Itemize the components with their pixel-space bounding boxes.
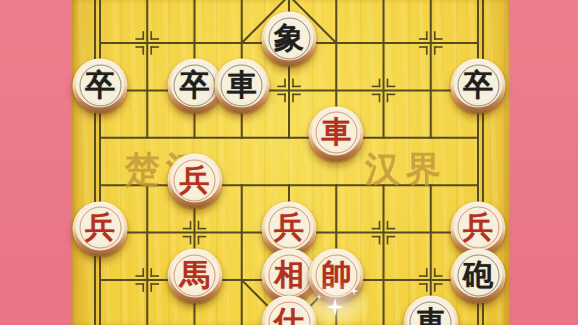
piece-black-soldier-1[interactable]: 卒: [73, 59, 128, 114]
piece-black-soldier-3[interactable]: 卒: [451, 59, 506, 114]
piece-glyph: 砲: [451, 251, 506, 298]
piece-black-elephant[interactable]: 象: [262, 12, 317, 67]
piece-red-general[interactable]: 帥: [309, 249, 364, 304]
piece-glyph: 馬: [167, 251, 222, 298]
piece-glyph: 車: [309, 108, 364, 155]
piece-glyph: 帥: [309, 251, 364, 298]
xiangqi-game-screenshot: 楚河 汉界 象卒卒車卒車兵兵兵兵馬相帥砲仕車: [0, 0, 578, 325]
xiangqi-board[interactable]: 楚河 汉界 象卒卒車卒車兵兵兵兵馬相帥砲仕車: [72, 0, 510, 325]
piece-glyph: 卒: [73, 61, 128, 108]
piece-glyph: 兵: [451, 203, 506, 250]
piece-black-cannon[interactable]: 砲: [451, 249, 506, 304]
piece-glyph: 象: [262, 14, 317, 61]
piece-glyph: 兵: [167, 156, 222, 203]
piece-black-chariot-2[interactable]: 車: [403, 296, 458, 325]
piece-red-horse[interactable]: 馬: [167, 249, 222, 304]
piece-red-soldier-2[interactable]: 兵: [73, 201, 128, 256]
piece-glyph: 車: [403, 298, 458, 325]
piece-red-advisor[interactable]: 仕: [262, 296, 317, 325]
pieces-layer: 象卒卒車卒車兵兵兵兵馬相帥砲仕車: [72, 0, 510, 325]
piece-black-chariot-1[interactable]: 車: [214, 59, 269, 114]
piece-red-chariot[interactable]: 車: [309, 106, 364, 161]
piece-glyph: 車: [214, 61, 269, 108]
piece-glyph: 卒: [451, 61, 506, 108]
piece-red-soldier-1[interactable]: 兵: [167, 154, 222, 209]
piece-glyph: 仕: [262, 298, 317, 325]
piece-glyph: 兵: [262, 203, 317, 250]
piece-glyph: 兵: [73, 203, 128, 250]
